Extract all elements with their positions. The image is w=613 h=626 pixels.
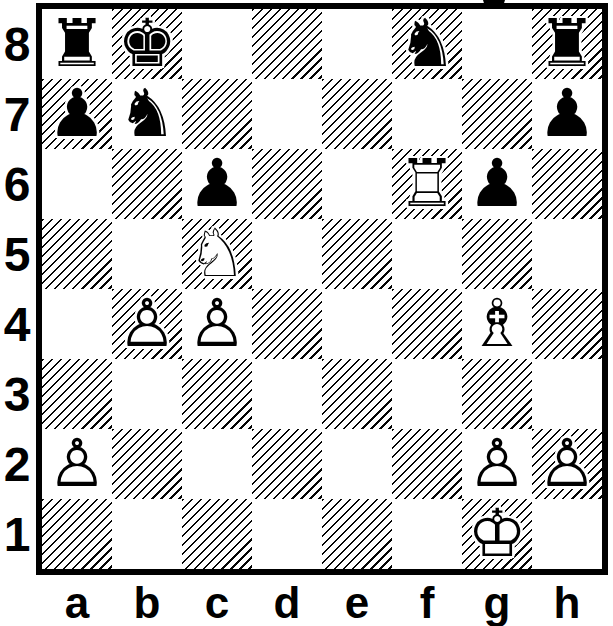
piece-glyph: ♗ <box>467 291 526 357</box>
square-e3 <box>322 359 392 429</box>
rank-label-5: 5 <box>0 219 34 289</box>
square-d2 <box>252 429 322 499</box>
square-a4 <box>42 289 112 359</box>
square-f6: ♜♖ <box>392 149 462 219</box>
board-grid: ♜♜♚♚♞♞♜♜♟♟♞♞♟♟♟♟♜♖♟♟♞♘♟♙♟♙♝♗♟♙♟♙♟♙♚♔ <box>42 9 602 569</box>
square-a7: ♟♟ <box>42 79 112 149</box>
square-d6 <box>252 149 322 219</box>
square-e2 <box>322 429 392 499</box>
square-d8 <box>252 9 322 79</box>
square-h2: ♟♙ <box>532 429 602 499</box>
piece-glyph: ♜ <box>537 11 596 77</box>
rank-label-2: 2 <box>0 429 34 499</box>
piece-black-pawn-g6: ♟♟ <box>462 149 532 219</box>
piece-white-bishop-g4: ♝♗ <box>462 289 532 359</box>
piece-glyph: ♜ <box>47 11 106 77</box>
rank-label-4: 4 <box>0 289 34 359</box>
piece-white-pawn-c4: ♟♙ <box>182 289 252 359</box>
square-e7 <box>322 79 392 149</box>
square-d4 <box>252 289 322 359</box>
file-label-c: c <box>182 580 252 626</box>
square-b2 <box>112 429 182 499</box>
chess-diagram-page: 87654321 ♜♜♚♚♞♞♜♜♟♟♞♞♟♟♟♟♜♖♟♟♞♘♟♙♟♙♝♗♟♙♟… <box>0 0 613 626</box>
square-h4 <box>532 289 602 359</box>
piece-glyph: ♙ <box>47 431 106 497</box>
file-label-b: b <box>112 580 182 626</box>
piece-black-rook-a8: ♜♜ <box>42 9 112 79</box>
square-c2 <box>182 429 252 499</box>
file-label-g: g <box>462 580 532 626</box>
square-h7: ♟♟ <box>532 79 602 149</box>
rank-label-6: 6 <box>0 149 34 219</box>
square-f4 <box>392 289 462 359</box>
square-g8 <box>462 9 532 79</box>
square-a5 <box>42 219 112 289</box>
piece-glyph: ♖ <box>397 151 456 217</box>
file-label-h: h <box>532 580 602 626</box>
square-c3 <box>182 359 252 429</box>
piece-white-rook-f6: ♜♖ <box>392 149 462 219</box>
file-label-f: f <box>392 580 462 626</box>
piece-black-pawn-h7: ♟♟ <box>532 79 602 149</box>
file-labels: abcdefgh <box>42 580 602 626</box>
square-a2: ♟♙ <box>42 429 112 499</box>
square-d5 <box>252 219 322 289</box>
piece-glyph: ♞ <box>117 81 176 147</box>
piece-glyph: ♚ <box>117 11 176 77</box>
square-f8: ♞♞ <box>392 9 462 79</box>
rank-label-8: 8 <box>0 9 34 79</box>
square-e1 <box>322 499 392 569</box>
square-h5 <box>532 219 602 289</box>
piece-glyph: ♟ <box>537 81 596 147</box>
square-h1 <box>532 499 602 569</box>
piece-glyph: ♟ <box>467 151 526 217</box>
piece-white-knight-c5: ♞♘ <box>182 219 252 289</box>
piece-black-knight-f8: ♞♞ <box>392 9 462 79</box>
piece-glyph: ♘ <box>187 221 246 287</box>
square-f1 <box>392 499 462 569</box>
square-c8 <box>182 9 252 79</box>
rank-labels: 87654321 <box>0 9 34 569</box>
file-label-a: a <box>42 580 112 626</box>
square-b3 <box>112 359 182 429</box>
square-c7 <box>182 79 252 149</box>
square-c4: ♟♙ <box>182 289 252 359</box>
piece-black-king-b8: ♚♚ <box>112 9 182 79</box>
square-h3 <box>532 359 602 429</box>
square-g4: ♝♗ <box>462 289 532 359</box>
square-f5 <box>392 219 462 289</box>
square-a3 <box>42 359 112 429</box>
piece-glyph: ♟ <box>187 151 246 217</box>
square-a1 <box>42 499 112 569</box>
piece-black-pawn-c6: ♟♟ <box>182 149 252 219</box>
square-b4: ♟♙ <box>112 289 182 359</box>
square-g5 <box>462 219 532 289</box>
piece-glyph: ♙ <box>467 431 526 497</box>
file-label-e: e <box>322 580 392 626</box>
square-g6: ♟♟ <box>462 149 532 219</box>
square-h6 <box>532 149 602 219</box>
piece-black-pawn-a7: ♟♟ <box>42 79 112 149</box>
square-d3 <box>252 359 322 429</box>
piece-white-pawn-a2: ♟♙ <box>42 429 112 499</box>
square-f2 <box>392 429 462 499</box>
square-b7: ♞♞ <box>112 79 182 149</box>
piece-glyph: ♙ <box>117 291 176 357</box>
piece-glyph: ♙ <box>537 431 596 497</box>
square-b6 <box>112 149 182 219</box>
rank-label-1: 1 <box>0 499 34 569</box>
square-a8: ♜♜ <box>42 9 112 79</box>
piece-glyph: ♟ <box>47 81 106 147</box>
square-c1 <box>182 499 252 569</box>
square-g7 <box>462 79 532 149</box>
piece-black-rook-h8: ♜♜ <box>532 9 602 79</box>
square-f3 <box>392 359 462 429</box>
square-d7 <box>252 79 322 149</box>
square-b8: ♚♚ <box>112 9 182 79</box>
square-c6: ♟♟ <box>182 149 252 219</box>
square-b5 <box>112 219 182 289</box>
chess-board: ♜♜♚♚♞♞♜♜♟♟♞♞♟♟♟♟♜♖♟♟♞♘♟♙♟♙♝♗♟♙♟♙♟♙♚♔ <box>36 3 608 575</box>
square-e6 <box>322 149 392 219</box>
piece-white-pawn-h2: ♟♙ <box>532 429 602 499</box>
rank-label-3: 3 <box>0 359 34 429</box>
square-g1: ♚♔ <box>462 499 532 569</box>
rank-label-7: 7 <box>0 79 34 149</box>
square-e5 <box>322 219 392 289</box>
piece-black-knight-b7: ♞♞ <box>112 79 182 149</box>
piece-white-pawn-b4: ♟♙ <box>112 289 182 359</box>
file-label-d: d <box>252 580 322 626</box>
square-e4 <box>322 289 392 359</box>
square-h8: ♜♜ <box>532 9 602 79</box>
piece-glyph: ♞ <box>397 11 456 77</box>
square-g3 <box>462 359 532 429</box>
square-c5: ♞♘ <box>182 219 252 289</box>
square-b1 <box>112 499 182 569</box>
square-a6 <box>42 149 112 219</box>
piece-glyph: ♙ <box>187 291 246 357</box>
square-f7 <box>392 79 462 149</box>
square-d1 <box>252 499 322 569</box>
piece-glyph: ♔ <box>467 501 526 567</box>
piece-white-pawn-g2: ♟♙ <box>462 429 532 499</box>
square-e8 <box>322 9 392 79</box>
piece-white-king-g1: ♚♔ <box>462 499 532 569</box>
square-g2: ♟♙ <box>462 429 532 499</box>
